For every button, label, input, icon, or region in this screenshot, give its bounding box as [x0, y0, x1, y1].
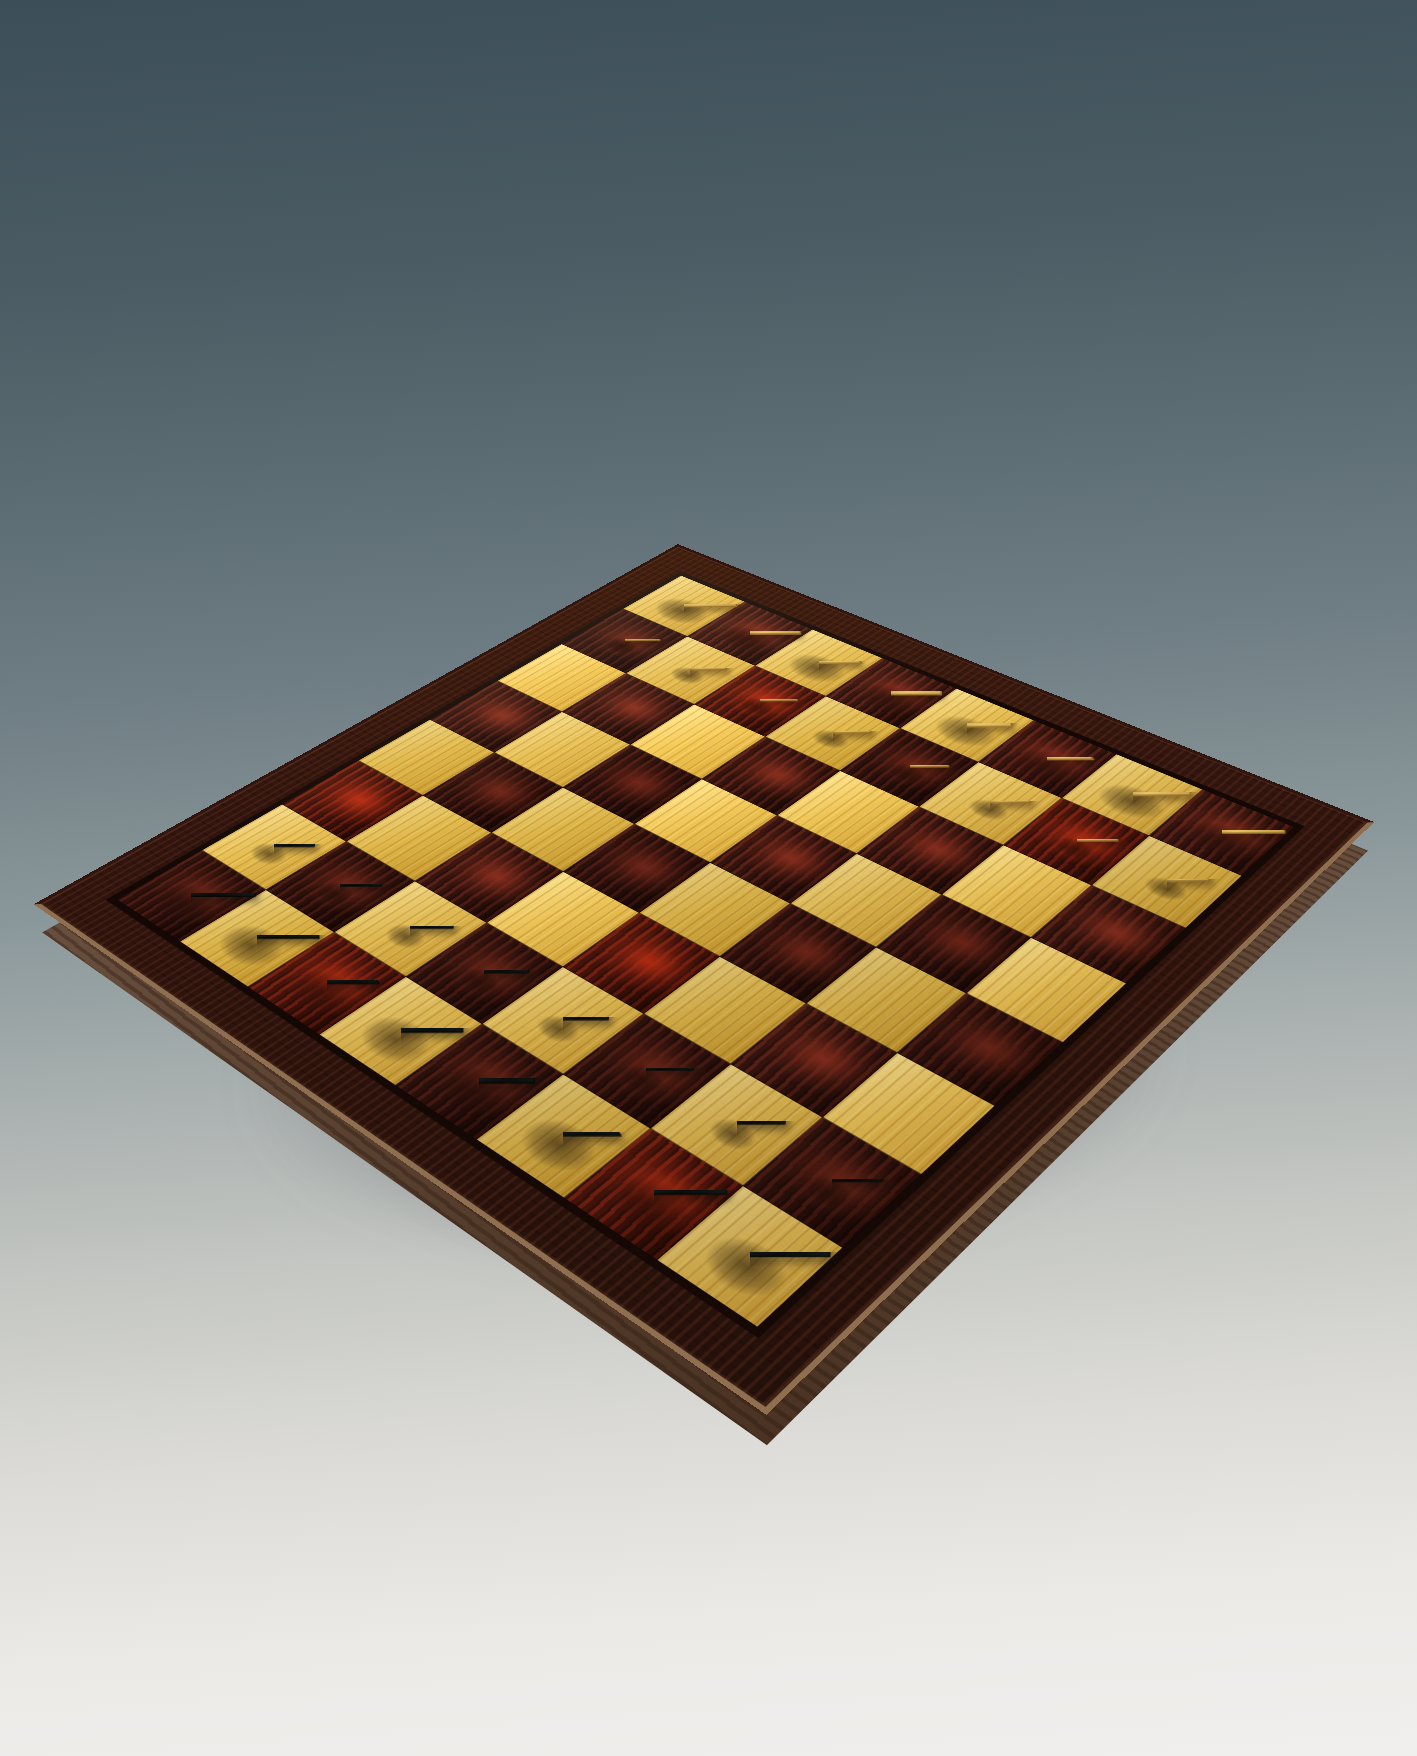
pawn-glyph: ♟	[1103, 760, 1232, 903]
studio-backdrop: ♜♞♝♚♛♝♞♜♟♟♟♟♟♟♟♟♜♞♝♚♛♝♞♜♟♟♟♟♟♟♟♟	[0, 0, 1417, 1756]
